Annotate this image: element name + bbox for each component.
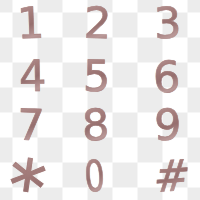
key-hash-label: # <box>152 153 191 199</box>
key-8: 8 <box>67 100 134 150</box>
key-9: 9 <box>133 100 200 150</box>
key-5-label: 5 <box>83 54 111 97</box>
key-3: 3 <box>133 0 200 50</box>
key-4-label: 4 <box>18 54 46 97</box>
key-0: 0 <box>67 150 134 200</box>
key-star: * <box>0 150 67 200</box>
key-2: 2 <box>67 0 134 50</box>
key-5: 5 <box>67 50 134 100</box>
key-6-label: 6 <box>153 55 181 98</box>
key-0-label: 0 <box>83 154 106 198</box>
key-3-label: 3 <box>153 1 182 45</box>
key-1: 1 <box>0 0 67 50</box>
keypad-grid: 1 2 3 4 5 6 7 8 9 * 0 # <box>0 0 200 200</box>
key-star-label: * <box>3 148 49 200</box>
key-7: 7 <box>0 100 67 150</box>
key-8-label: 8 <box>82 103 111 147</box>
key-4: 4 <box>0 50 67 100</box>
key-6: 6 <box>133 50 200 100</box>
key-7-label: 7 <box>16 103 45 147</box>
key-1-label: 1 <box>16 1 45 45</box>
key-9-label: 9 <box>154 103 182 146</box>
transparency-checkerboard: 1 2 3 4 5 6 7 8 9 * 0 # <box>0 0 200 200</box>
key-2-label: 2 <box>84 1 113 45</box>
key-hash: # <box>133 150 200 200</box>
